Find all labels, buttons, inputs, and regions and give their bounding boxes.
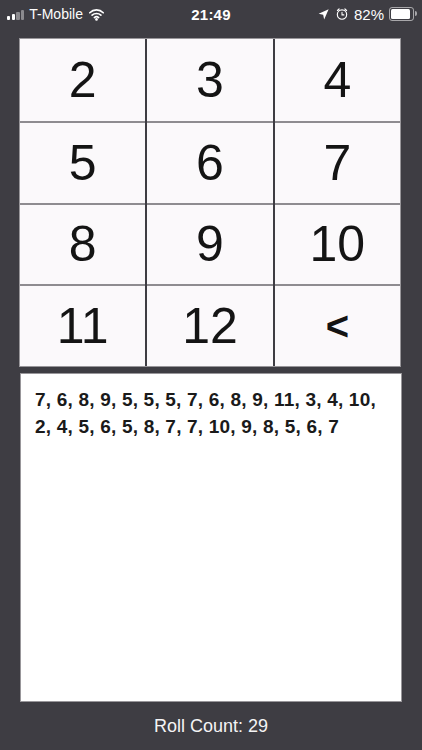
- key-4[interactable]: 4: [275, 39, 400, 121]
- footer: Roll Count: 29: [0, 702, 422, 750]
- key-11[interactable]: 11: [20, 284, 145, 366]
- key-9[interactable]: 9: [147, 203, 272, 285]
- status-bar: T-Mobile 21:49 82%: [0, 0, 422, 28]
- clock-time: 21:49: [0, 6, 422, 23]
- roll-count-label: Roll Count: 29: [154, 716, 268, 737]
- dice-sum-keypad: 2 3 4 5 6 7 8 9 10 11 12 <: [19, 38, 401, 367]
- key-10[interactable]: 10: [275, 203, 400, 285]
- key-7[interactable]: 7: [275, 121, 400, 203]
- backspace-key[interactable]: <: [275, 284, 400, 366]
- key-2[interactable]: 2: [20, 39, 145, 121]
- roll-history-panel[interactable]: 7, 6, 8, 9, 5, 5, 5, 7, 6, 8, 9, 11, 3, …: [20, 373, 402, 702]
- battery-icon: [389, 7, 414, 21]
- key-5[interactable]: 5: [20, 121, 145, 203]
- key-3[interactable]: 3: [147, 39, 272, 121]
- roll-history-line-2: 6, 5, 8, 7, 7, 10, 9, 8, 5, 6, 7: [100, 416, 339, 437]
- key-8[interactable]: 8: [20, 203, 145, 285]
- key-6[interactable]: 6: [147, 121, 272, 203]
- key-12[interactable]: 12: [147, 284, 272, 366]
